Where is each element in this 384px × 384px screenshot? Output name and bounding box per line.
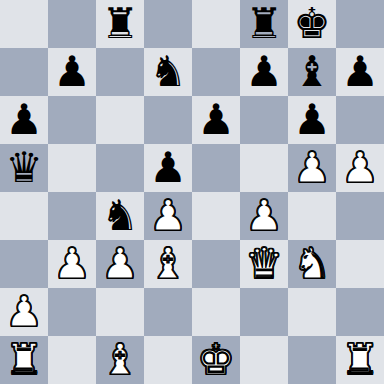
square-d1[interactable] [144,336,192,384]
black-bishop-piece[interactable]: ♝ [293,48,331,96]
square-f6[interactable] [240,96,288,144]
square-a6[interactable]: ♟ [0,96,48,144]
square-c1[interactable]: ♝ [96,336,144,384]
white-rook-piece[interactable]: ♜ [5,336,43,384]
square-f4[interactable]: ♟ [240,192,288,240]
square-d8[interactable] [144,0,192,48]
white-pawn-piece[interactable]: ♟ [149,192,187,240]
square-g6[interactable]: ♟ [288,96,336,144]
square-a2[interactable]: ♟ [0,288,48,336]
square-h4[interactable] [336,192,384,240]
white-pawn-piece[interactable]: ♟ [101,240,139,288]
square-c3[interactable]: ♟ [96,240,144,288]
square-e2[interactable] [192,288,240,336]
black-pawn-piece[interactable]: ♟ [245,48,283,96]
white-pawn-piece[interactable]: ♟ [245,192,283,240]
square-b6[interactable] [48,96,96,144]
square-h3[interactable] [336,240,384,288]
black-rook-piece[interactable]: ♜ [101,0,139,48]
square-a5[interactable]: ♛ [0,144,48,192]
square-b7[interactable]: ♟ [48,48,96,96]
square-h5[interactable]: ♟ [336,144,384,192]
square-g5[interactable]: ♟ [288,144,336,192]
square-c2[interactable] [96,288,144,336]
square-e5[interactable] [192,144,240,192]
white-pawn-piece[interactable]: ♟ [341,144,379,192]
black-queen-piece[interactable]: ♛ [5,144,43,192]
square-e6[interactable]: ♟ [192,96,240,144]
square-g1[interactable] [288,336,336,384]
square-f2[interactable] [240,288,288,336]
square-g3[interactable]: ♞ [288,240,336,288]
white-king-piece[interactable]: ♚ [197,336,235,384]
square-g4[interactable] [288,192,336,240]
square-e7[interactable] [192,48,240,96]
white-pawn-piece[interactable]: ♟ [5,288,43,336]
square-e4[interactable] [192,192,240,240]
square-h1[interactable]: ♜ [336,336,384,384]
square-d3[interactable]: ♝ [144,240,192,288]
black-pawn-piece[interactable]: ♟ [149,144,187,192]
square-h8[interactable] [336,0,384,48]
square-a1[interactable]: ♜ [0,336,48,384]
square-f1[interactable] [240,336,288,384]
square-a7[interactable] [0,48,48,96]
black-pawn-piece[interactable]: ♟ [53,48,91,96]
black-king-piece[interactable]: ♚ [293,0,331,48]
black-knight-piece[interactable]: ♞ [101,192,139,240]
white-bishop-piece[interactable]: ♝ [149,240,187,288]
square-h2[interactable] [336,288,384,336]
square-f5[interactable] [240,144,288,192]
square-g7[interactable]: ♝ [288,48,336,96]
square-a8[interactable] [0,0,48,48]
square-g2[interactable] [288,288,336,336]
square-d5[interactable]: ♟ [144,144,192,192]
square-c7[interactable] [96,48,144,96]
chess-board: ♜♜♚♟♞♟♝♟♟♟♟♛♟♟♟♞♟♟♟♟♝♛♞♟♜♝♚♜ [0,0,384,384]
square-b5[interactable] [48,144,96,192]
square-b4[interactable] [48,192,96,240]
square-b1[interactable] [48,336,96,384]
square-f3[interactable]: ♛ [240,240,288,288]
square-d2[interactable] [144,288,192,336]
black-pawn-piece[interactable]: ♟ [293,96,331,144]
square-c5[interactable] [96,144,144,192]
white-queen-piece[interactable]: ♛ [245,240,283,288]
square-d4[interactable]: ♟ [144,192,192,240]
square-c6[interactable] [96,96,144,144]
white-pawn-piece[interactable]: ♟ [293,144,331,192]
square-h6[interactable] [336,96,384,144]
square-f7[interactable]: ♟ [240,48,288,96]
square-b2[interactable] [48,288,96,336]
square-a3[interactable] [0,240,48,288]
square-h7[interactable]: ♟ [336,48,384,96]
white-knight-piece[interactable]: ♞ [293,240,331,288]
square-d6[interactable] [144,96,192,144]
black-pawn-piece[interactable]: ♟ [197,96,235,144]
square-f8[interactable]: ♜ [240,0,288,48]
white-rook-piece[interactable]: ♜ [341,336,379,384]
square-e3[interactable] [192,240,240,288]
black-pawn-piece[interactable]: ♟ [5,96,43,144]
square-e1[interactable]: ♚ [192,336,240,384]
square-b8[interactable] [48,0,96,48]
black-pawn-piece[interactable]: ♟ [341,48,379,96]
black-rook-piece[interactable]: ♜ [245,0,283,48]
square-b3[interactable]: ♟ [48,240,96,288]
square-e8[interactable] [192,0,240,48]
square-c8[interactable]: ♜ [96,0,144,48]
black-knight-piece[interactable]: ♞ [149,48,187,96]
white-pawn-piece[interactable]: ♟ [53,240,91,288]
white-bishop-piece[interactable]: ♝ [101,336,139,384]
square-a4[interactable] [0,192,48,240]
square-d7[interactable]: ♞ [144,48,192,96]
square-c4[interactable]: ♞ [96,192,144,240]
square-g8[interactable]: ♚ [288,0,336,48]
